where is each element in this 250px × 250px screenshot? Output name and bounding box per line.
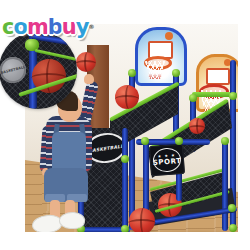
red-ball-on-tall-ramp xyxy=(115,85,139,109)
green-connector xyxy=(221,137,229,145)
child-shoe-right xyxy=(59,211,86,229)
overall-bib xyxy=(52,132,86,172)
backboard-ball-graphic xyxy=(165,32,173,40)
green-connector xyxy=(228,204,236,212)
brand-logo: combuy® xyxy=(2,14,93,40)
logo-letter: u xyxy=(62,15,76,39)
sport-badge: ★ ★ ★ SPORT xyxy=(149,144,185,176)
logo-letter: m xyxy=(27,15,48,39)
green-connector xyxy=(175,137,183,145)
frame-tube xyxy=(222,139,228,231)
inset-green-trim xyxy=(35,49,77,61)
inset-basketball-patch: BASKETBALL xyxy=(0,54,29,86)
logo-letter: c xyxy=(2,15,13,39)
green-connector xyxy=(172,69,180,77)
green-connector xyxy=(128,69,136,77)
inset-patch-label: BASKETBALL xyxy=(0,65,25,75)
red-ball-on-short-ramp xyxy=(189,118,205,134)
red-ball-on-floor xyxy=(129,208,155,232)
short-backboard-target xyxy=(206,68,230,85)
child-raised-hand xyxy=(84,74,94,84)
green-connector xyxy=(229,224,237,232)
green-connector xyxy=(141,137,149,145)
sport-badge-ring xyxy=(152,147,182,173)
logo-letter: b xyxy=(48,15,62,39)
green-connector xyxy=(121,225,129,232)
green-connector xyxy=(189,94,197,102)
registered-mark: ® xyxy=(88,23,93,30)
product-photo-canvas: BASKETBALL xyxy=(0,0,250,250)
frame-tube xyxy=(122,128,128,232)
inset-closeup-circle: BASKETBALL xyxy=(0,31,77,109)
logo-letter: y xyxy=(76,15,89,39)
red-ball-in-air xyxy=(76,52,96,72)
green-connector xyxy=(121,155,129,163)
logo-letter: o xyxy=(13,15,26,39)
basketball-badge-label: BASKETBALL xyxy=(88,143,124,153)
green-connector xyxy=(229,92,237,100)
